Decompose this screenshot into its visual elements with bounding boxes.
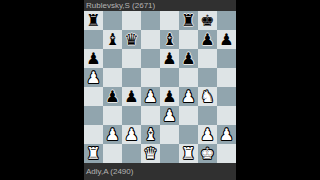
square-f7[interactable] [179,30,198,49]
square-h7[interactable]: ♟ [217,30,236,49]
square-a8[interactable]: ♜ [84,11,103,30]
player-top-bar: Rublevsky,S (2671) [84,0,236,11]
square-c8[interactable] [122,11,141,30]
square-e6[interactable]: ♟ [160,49,179,68]
square-e2[interactable] [160,125,179,144]
square-h8[interactable] [217,11,236,30]
square-a2[interactable] [84,125,103,144]
square-b3[interactable] [103,106,122,125]
black-rook: ♜ [181,11,195,30]
square-f8[interactable]: ♜ [179,11,198,30]
white-king: ♚ [200,144,214,163]
square-c4[interactable]: ♟ [122,87,141,106]
white-pawn: ♟ [219,125,233,144]
square-a5[interactable]: ♟ [84,68,103,87]
chess-board: ♜♜♚♝♛♝♟♟♟♟♟♟♟♟♟♟♟♞♟♟♟♝♟♟♜♛♜♚ [84,11,236,163]
square-b6[interactable] [103,49,122,68]
square-f3[interactable] [179,106,198,125]
black-bishop: ♝ [162,30,176,49]
square-e1[interactable] [160,144,179,163]
black-pawn: ♟ [181,49,195,68]
player-top-label: Rublevsky,S (2671) [86,1,155,10]
square-a3[interactable] [84,106,103,125]
square-a4[interactable] [84,87,103,106]
square-d3[interactable] [141,106,160,125]
black-pawn: ♟ [124,87,138,106]
square-e3[interactable]: ♟ [160,106,179,125]
square-a6[interactable]: ♟ [84,49,103,68]
black-pawn: ♟ [219,30,233,49]
white-pawn: ♟ [124,125,138,144]
square-c2[interactable]: ♟ [122,125,141,144]
square-h2[interactable]: ♟ [217,125,236,144]
square-h1[interactable] [217,144,236,163]
square-g7[interactable]: ♟ [198,30,217,49]
black-bishop: ♝ [105,30,119,49]
chess-panel: Rublevsky,S (2671) ♜♜♚♝♛♝♟♟♟♟♟♟♟♟♟♟♟♞♟♟♟… [84,0,236,180]
square-f4[interactable]: ♟ [179,87,198,106]
white-pawn: ♟ [162,106,176,125]
square-d1[interactable]: ♛ [141,144,160,163]
square-c7[interactable]: ♛ [122,30,141,49]
square-d8[interactable] [141,11,160,30]
square-d2[interactable]: ♝ [141,125,160,144]
black-pawn: ♟ [162,87,176,106]
square-b7[interactable]: ♝ [103,30,122,49]
square-g5[interactable] [198,68,217,87]
square-b8[interactable] [103,11,122,30]
square-e8[interactable] [160,11,179,30]
square-d5[interactable] [141,68,160,87]
square-f1[interactable]: ♜ [179,144,198,163]
square-g2[interactable]: ♟ [198,125,217,144]
square-e7[interactable]: ♝ [160,30,179,49]
black-pawn: ♟ [162,49,176,68]
square-f5[interactable] [179,68,198,87]
white-pawn: ♟ [143,87,157,106]
black-pawn: ♟ [200,30,214,49]
square-g6[interactable] [198,49,217,68]
white-pawn: ♟ [181,87,195,106]
black-queen: ♛ [124,30,138,49]
black-king: ♚ [200,11,214,30]
player-bottom-bar: Adly,A (2490) [84,163,236,180]
square-d7[interactable] [141,30,160,49]
square-b5[interactable] [103,68,122,87]
white-rook: ♜ [86,144,100,163]
square-b4[interactable]: ♟ [103,87,122,106]
square-b2[interactable]: ♟ [103,125,122,144]
square-g4[interactable]: ♞ [198,87,217,106]
square-c5[interactable] [122,68,141,87]
player-bottom-label: Adly,A (2490) [86,167,133,176]
square-h3[interactable] [217,106,236,125]
video-frame: Rublevsky,S (2671) ♜♜♚♝♛♝♟♟♟♟♟♟♟♟♟♟♟♞♟♟♟… [0,0,320,180]
square-e5[interactable] [160,68,179,87]
square-e4[interactable]: ♟ [160,87,179,106]
white-pawn: ♟ [86,68,100,87]
square-a7[interactable] [84,30,103,49]
black-rook: ♜ [86,11,100,30]
square-d6[interactable] [141,49,160,68]
square-f2[interactable] [179,125,198,144]
square-c3[interactable] [122,106,141,125]
square-a1[interactable]: ♜ [84,144,103,163]
white-pawn: ♟ [200,125,214,144]
square-g1[interactable]: ♚ [198,144,217,163]
square-b1[interactable] [103,144,122,163]
black-pawn: ♟ [105,87,119,106]
white-rook: ♜ [181,144,195,163]
white-knight: ♞ [200,87,214,106]
black-pawn: ♟ [86,49,100,68]
square-h4[interactable] [217,87,236,106]
white-bishop: ♝ [143,125,157,144]
square-c6[interactable] [122,49,141,68]
white-pawn: ♟ [105,125,119,144]
square-h5[interactable] [217,68,236,87]
square-h6[interactable] [217,49,236,68]
square-d4[interactable]: ♟ [141,87,160,106]
square-g8[interactable]: ♚ [198,11,217,30]
square-c1[interactable] [122,144,141,163]
square-f6[interactable]: ♟ [179,49,198,68]
white-queen: ♛ [143,144,157,163]
square-g3[interactable] [198,106,217,125]
